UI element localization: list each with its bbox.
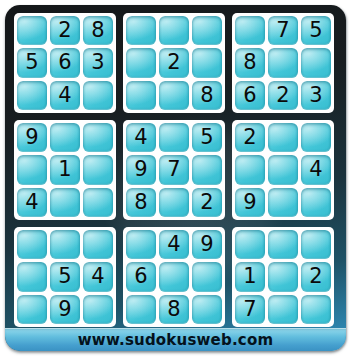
box-r1c3: 758623 <box>232 13 334 113</box>
cell-r6c3[interactable] <box>83 188 113 217</box>
cell-r2c7[interactable]: 8 <box>235 48 265 77</box>
cell-r7c3[interactable] <box>83 230 113 259</box>
cell-r7c6[interactable]: 9 <box>192 230 222 259</box>
cell-r4c3[interactable] <box>83 123 113 152</box>
cell-r6c2[interactable] <box>50 188 80 217</box>
cell-r2c3[interactable]: 3 <box>83 48 113 77</box>
cell-r9c1[interactable] <box>17 295 47 324</box>
cell-r2c2[interactable]: 6 <box>50 48 80 77</box>
cell-r5c4[interactable]: 9 <box>126 155 156 184</box>
cell-r1c4[interactable] <box>126 16 156 45</box>
cell-r3c3[interactable] <box>83 81 113 110</box>
cell-r2c6[interactable] <box>192 48 222 77</box>
cell-r8c7[interactable]: 1 <box>235 262 265 291</box>
cell-r5c9[interactable]: 4 <box>301 155 331 184</box>
box-r2c3: 249 <box>232 120 334 220</box>
cell-r9c5[interactable]: 8 <box>159 295 189 324</box>
cell-r2c1[interactable]: 5 <box>17 48 47 77</box>
cell-r4c4[interactable]: 4 <box>126 123 156 152</box>
cell-r3c1[interactable] <box>17 81 47 110</box>
box-r3c1: 549 <box>14 227 116 327</box>
cell-r3c7[interactable]: 6 <box>235 81 265 110</box>
cell-r2c5[interactable]: 2 <box>159 48 189 77</box>
cell-r7c1[interactable] <box>17 230 47 259</box>
cell-r9c6[interactable] <box>192 295 222 324</box>
cell-r3c9[interactable]: 3 <box>301 81 331 110</box>
cell-r8c8[interactable] <box>268 262 298 291</box>
cell-r5c6[interactable] <box>192 155 222 184</box>
cell-r9c4[interactable] <box>126 295 156 324</box>
cell-r7c5[interactable]: 4 <box>159 230 189 259</box>
cell-r3c8[interactable]: 2 <box>268 81 298 110</box>
cell-r1c7[interactable] <box>235 16 265 45</box>
cell-r7c4[interactable] <box>126 230 156 259</box>
cell-r8c2[interactable]: 5 <box>50 262 80 291</box>
box-r3c2: 4968 <box>123 227 225 327</box>
cell-r9c3[interactable] <box>83 295 113 324</box>
cell-r7c9[interactable] <box>301 230 331 259</box>
cell-r1c6[interactable] <box>192 16 222 45</box>
cell-r1c3[interactable]: 8 <box>83 16 113 45</box>
cell-r3c2[interactable]: 4 <box>50 81 80 110</box>
cell-r6c9[interactable] <box>301 188 331 217</box>
cell-r4c9[interactable] <box>301 123 331 152</box>
cell-r7c7[interactable] <box>235 230 265 259</box>
cell-r3c6[interactable]: 8 <box>192 81 222 110</box>
footer-band: www.sudokusweb.com <box>5 328 346 351</box>
cell-r8c9[interactable]: 2 <box>301 262 331 291</box>
cell-r1c5[interactable] <box>159 16 189 45</box>
cell-r8c1[interactable] <box>17 262 47 291</box>
cell-r5c5[interactable]: 7 <box>159 155 189 184</box>
box-r2c1: 914 <box>14 120 116 220</box>
cell-r4c1[interactable]: 9 <box>17 123 47 152</box>
cell-r5c1[interactable] <box>17 155 47 184</box>
cell-r4c7[interactable]: 2 <box>235 123 265 152</box>
box-r3c3: 127 <box>232 227 334 327</box>
box-r1c1: 285634 <box>14 13 116 113</box>
cell-r4c5[interactable] <box>159 123 189 152</box>
cell-r6c5[interactable] <box>159 188 189 217</box>
cell-r5c7[interactable] <box>235 155 265 184</box>
cell-r9c2[interactable]: 9 <box>50 295 80 324</box>
cell-r3c5[interactable] <box>159 81 189 110</box>
cell-r1c9[interactable]: 5 <box>301 16 331 45</box>
cell-r6c4[interactable]: 8 <box>126 188 156 217</box>
cell-r2c8[interactable] <box>268 48 298 77</box>
cell-r2c4[interactable] <box>126 48 156 77</box>
cell-r7c2[interactable] <box>50 230 80 259</box>
cell-r5c2[interactable]: 1 <box>50 155 80 184</box>
cell-r2c9[interactable] <box>301 48 331 77</box>
cell-r5c3[interactable] <box>83 155 113 184</box>
cell-r9c9[interactable] <box>301 295 331 324</box>
box-r2c2: 459782 <box>123 120 225 220</box>
cell-r4c8[interactable] <box>268 123 298 152</box>
cell-r1c8[interactable]: 7 <box>268 16 298 45</box>
cell-r8c6[interactable] <box>192 262 222 291</box>
site-url: www.sudokusweb.com <box>78 331 273 349</box>
sudoku-board: 285634287586239144597822495494968127 <box>14 13 334 327</box>
cell-r3c4[interactable] <box>126 81 156 110</box>
cell-r1c2[interactable]: 2 <box>50 16 80 45</box>
cell-r8c3[interactable]: 4 <box>83 262 113 291</box>
cell-r4c2[interactable] <box>50 123 80 152</box>
cell-r7c8[interactable] <box>268 230 298 259</box>
cell-r4c6[interactable]: 5 <box>192 123 222 152</box>
cell-r6c1[interactable]: 4 <box>17 188 47 217</box>
cell-r6c8[interactable] <box>268 188 298 217</box>
cell-r6c7[interactable]: 9 <box>235 188 265 217</box>
cell-r9c8[interactable] <box>268 295 298 324</box>
cell-r5c8[interactable] <box>268 155 298 184</box>
cell-r9c7[interactable]: 7 <box>235 295 265 324</box>
cell-r8c4[interactable]: 6 <box>126 262 156 291</box>
box-r1c2: 28 <box>123 13 225 113</box>
cell-r8c5[interactable] <box>159 262 189 291</box>
puzzle-frame: 285634287586239144597822495494968127 www… <box>5 5 346 351</box>
cell-r1c1[interactable] <box>17 16 47 45</box>
cell-r6c6[interactable]: 2 <box>192 188 222 217</box>
